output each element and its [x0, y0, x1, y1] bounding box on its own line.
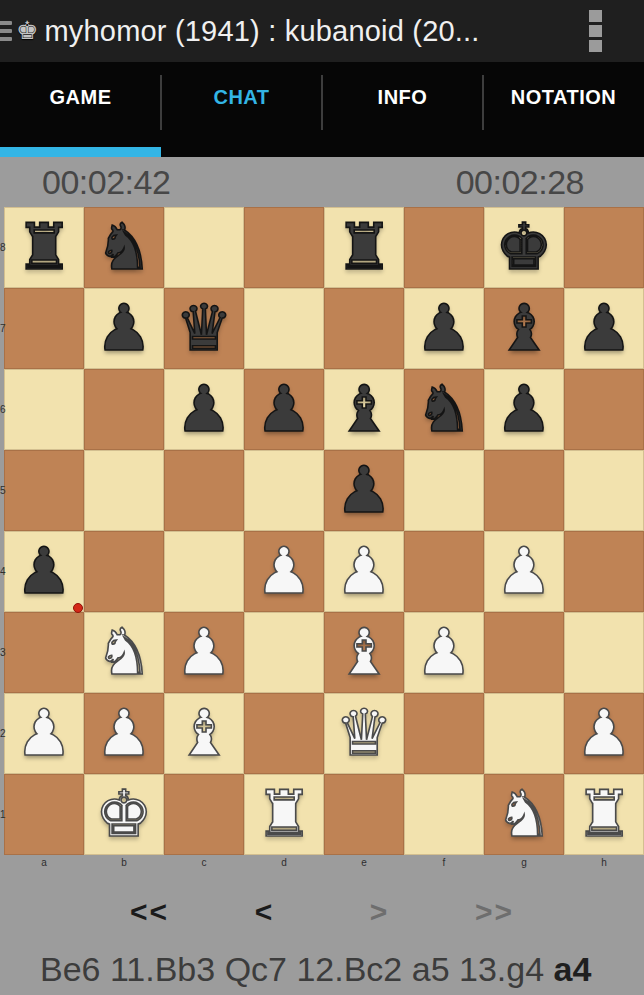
- tab-notation[interactable]: NOTATION: [483, 62, 644, 157]
- white-rook: ♜: [255, 774, 312, 855]
- square-h5[interactable]: [564, 450, 644, 531]
- square-b4[interactable]: [84, 531, 164, 612]
- square-a5[interactable]: [4, 450, 84, 531]
- square-b5[interactable]: [84, 450, 164, 531]
- black-pawn: ♟: [575, 288, 632, 369]
- square-d6[interactable]: ♟: [244, 369, 324, 450]
- square-f2[interactable]: [404, 693, 484, 774]
- square-g1[interactable]: ♞: [484, 774, 564, 855]
- rank-label-8: 8: [0, 243, 10, 253]
- file-label-c: c: [164, 856, 244, 869]
- square-h7[interactable]: ♟: [564, 288, 644, 369]
- square-f8[interactable]: [404, 207, 484, 288]
- window-title: myhomor (1941) : kubanoid (20...: [44, 15, 585, 48]
- square-c8[interactable]: [164, 207, 244, 288]
- square-b2[interactable]: ♟: [84, 693, 164, 774]
- square-h8[interactable]: [564, 207, 644, 288]
- file-label-e: e: [324, 856, 404, 869]
- square-d5[interactable]: [244, 450, 324, 531]
- square-e2[interactable]: ♛: [324, 693, 404, 774]
- chess-king-icon: ♚: [16, 0, 38, 62]
- square-a1[interactable]: [4, 774, 84, 855]
- file-label-a: a: [4, 856, 84, 869]
- square-g6[interactable]: ♟: [484, 369, 564, 450]
- square-f1[interactable]: [404, 774, 484, 855]
- square-c6[interactable]: ♟: [164, 369, 244, 450]
- square-g2[interactable]: [484, 693, 564, 774]
- tab-divider: [482, 75, 484, 130]
- square-e8[interactable]: ♜: [324, 207, 404, 288]
- right-player-clock: 00:02:28: [456, 163, 584, 202]
- square-g3[interactable]: [484, 612, 564, 693]
- square-c5[interactable]: [164, 450, 244, 531]
- black-pawn: ♟: [15, 531, 72, 612]
- black-pawn: ♟: [495, 369, 552, 450]
- black-knight: ♞: [415, 369, 472, 450]
- black-rook: ♜: [15, 207, 72, 288]
- square-d1[interactable]: ♜: [244, 774, 324, 855]
- white-pawn: ♟: [415, 612, 472, 693]
- square-a4[interactable]: ♟: [4, 531, 84, 612]
- black-king: ♚: [495, 207, 552, 288]
- square-d4[interactable]: ♟: [244, 531, 324, 612]
- black-pawn: ♟: [255, 369, 312, 450]
- rank-label-3: 3: [0, 648, 10, 658]
- square-g4[interactable]: ♟: [484, 531, 564, 612]
- white-pawn: ♟: [575, 693, 632, 774]
- move-list: Be6 11.Bb3 Qc7 12.Bc2 a5 13.g4: [40, 950, 554, 988]
- last-move-marker: [73, 603, 83, 613]
- white-bishop: ♝: [175, 693, 232, 774]
- file-label-f: f: [404, 856, 484, 869]
- rank-label-6: 6: [0, 405, 10, 415]
- square-e6[interactable]: ♝: [324, 369, 404, 450]
- square-b7[interactable]: ♟: [84, 288, 164, 369]
- tab-divider: [160, 75, 162, 130]
- square-e4[interactable]: ♟: [324, 531, 404, 612]
- selected-tab-indicator: [0, 147, 161, 157]
- rank-label-7: 7: [0, 324, 10, 334]
- black-bishop: ♝: [335, 369, 392, 450]
- first-move-button[interactable]: <<: [92, 889, 207, 935]
- clock-bar: 00:02:42 00:02:28: [0, 157, 644, 207]
- white-knight: ♞: [95, 612, 152, 693]
- file-label-b: b: [84, 856, 164, 869]
- square-f6[interactable]: ♞: [404, 369, 484, 450]
- square-h6[interactable]: [564, 369, 644, 450]
- last-move-text: a4: [554, 950, 592, 988]
- square-d2[interactable]: [244, 693, 324, 774]
- square-a8[interactable]: ♜: [4, 207, 84, 288]
- white-pawn: ♟: [175, 612, 232, 693]
- square-a7[interactable]: [4, 288, 84, 369]
- white-pawn: ♟: [95, 693, 152, 774]
- file-label-d: d: [244, 856, 324, 869]
- rank-label-2: 2: [0, 729, 10, 739]
- white-knight: ♞: [495, 774, 552, 855]
- app-bar: ♚ myhomor (1941) : kubanoid (20...: [0, 0, 644, 62]
- notation-line: Be6 11.Bb3 Qc7 12.Bc2 a5 13.g4 a4: [0, 948, 644, 995]
- black-pawn: ♟: [415, 288, 472, 369]
- black-queen: ♛: [175, 288, 232, 369]
- last-move-button[interactable]: >>: [437, 889, 552, 935]
- square-h3[interactable]: [564, 612, 644, 693]
- square-d8[interactable]: [244, 207, 324, 288]
- square-g5[interactable]: [484, 450, 564, 531]
- square-g8[interactable]: ♚: [484, 207, 564, 288]
- chess-board: ♜♞♜♚♟♛♟♝♟♟♟♝♞♟♟♟♟♟♟♞♟♝♟♟♟♝♛♟♚♜♞♜ 8765432…: [4, 207, 644, 855]
- square-a3[interactable]: [4, 612, 84, 693]
- black-pawn: ♟: [175, 369, 232, 450]
- square-h2[interactable]: ♟: [564, 693, 644, 774]
- file-label-g: g: [484, 856, 564, 869]
- square-h1[interactable]: ♜: [564, 774, 644, 855]
- white-pawn: ♟: [15, 693, 72, 774]
- white-bishop: ♝: [335, 612, 392, 693]
- black-pawn: ♟: [95, 288, 152, 369]
- white-queen: ♛: [335, 693, 392, 774]
- black-rook: ♜: [335, 207, 392, 288]
- square-c3[interactable]: ♟: [164, 612, 244, 693]
- tab-divider: [321, 75, 323, 130]
- white-pawn: ♟: [255, 531, 312, 612]
- square-a6[interactable]: [4, 369, 84, 450]
- previous-move-button[interactable]: <: [207, 889, 322, 935]
- square-b6[interactable]: [84, 369, 164, 450]
- square-d7[interactable]: [244, 288, 324, 369]
- tab-info[interactable]: INFO: [322, 62, 483, 157]
- hamburger-icon[interactable]: [0, 17, 14, 45]
- rank-label-1: 1: [0, 810, 10, 820]
- square-e3[interactable]: ♝: [324, 612, 404, 693]
- left-player-clock: 00:02:42: [42, 163, 170, 202]
- square-b3[interactable]: ♞: [84, 612, 164, 693]
- rank-label-4: 4: [0, 567, 10, 577]
- move-navigation: << < > >>: [0, 884, 644, 940]
- square-d3[interactable]: [244, 612, 324, 693]
- square-c7[interactable]: ♛: [164, 288, 244, 369]
- square-e5[interactable]: ♟: [324, 450, 404, 531]
- square-e7[interactable]: [324, 288, 404, 369]
- square-g7[interactable]: ♝: [484, 288, 564, 369]
- tab-bar: GAME CHAT INFO NOTATION: [0, 62, 644, 157]
- black-bishop: ♝: [495, 288, 552, 369]
- white-pawn: ♟: [495, 531, 552, 612]
- white-king: ♚: [95, 774, 152, 855]
- tab-game[interactable]: GAME: [0, 62, 161, 157]
- square-f5[interactable]: [404, 450, 484, 531]
- square-a2[interactable]: ♟: [4, 693, 84, 774]
- white-rook: ♜: [575, 774, 632, 855]
- square-e1[interactable]: [324, 774, 404, 855]
- square-c1[interactable]: [164, 774, 244, 855]
- square-h4[interactable]: [564, 531, 644, 612]
- next-move-button[interactable]: >: [322, 889, 437, 935]
- overflow-menu-icon[interactable]: [585, 6, 606, 56]
- white-pawn: ♟: [335, 531, 392, 612]
- file-label-h: h: [564, 856, 644, 869]
- square-f3[interactable]: ♟: [404, 612, 484, 693]
- square-f4[interactable]: [404, 531, 484, 612]
- square-c4[interactable]: [164, 531, 244, 612]
- black-knight: ♞: [95, 207, 152, 288]
- square-f7[interactable]: ♟: [404, 288, 484, 369]
- square-b8[interactable]: ♞: [84, 207, 164, 288]
- rank-label-5: 5: [0, 486, 10, 496]
- square-b1[interactable]: ♚: [84, 774, 164, 855]
- chess-app-screen: ♚ myhomor (1941) : kubanoid (20... GAME …: [0, 0, 644, 995]
- tab-chat[interactable]: CHAT: [161, 62, 322, 157]
- black-pawn: ♟: [335, 450, 392, 531]
- square-c2[interactable]: ♝: [164, 693, 244, 774]
